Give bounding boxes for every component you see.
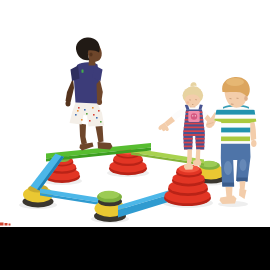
bottom-letterbox-bar xyxy=(0,227,270,270)
left-boy-front-foot xyxy=(98,142,113,150)
left-boy-front-hand xyxy=(97,99,102,105)
girl-left-foot xyxy=(184,164,194,170)
tshirt-logo xyxy=(82,70,84,73)
right-boy-back-shin xyxy=(240,181,246,190)
left-boy-back-hand xyxy=(66,101,71,107)
jeans-cuff-right xyxy=(237,178,248,182)
right-boy-ear xyxy=(244,96,248,101)
girl-right-foot xyxy=(193,160,202,167)
hair-highlight xyxy=(226,78,244,86)
jeans-cuff-left xyxy=(223,183,235,187)
balance-course-photo xyxy=(0,0,270,270)
bib-motif xyxy=(191,113,197,119)
photo-canvas xyxy=(0,0,270,270)
right-boy-far-hand xyxy=(251,140,256,147)
left-boy-ear xyxy=(89,53,92,57)
